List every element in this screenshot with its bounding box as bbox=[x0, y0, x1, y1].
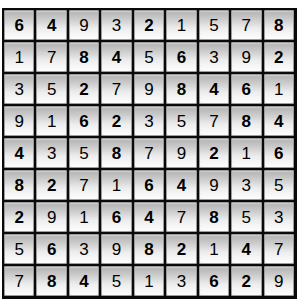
cell-r9c8[interactable]: 2 bbox=[231, 266, 261, 296]
cell-r8c7[interactable]: 1 bbox=[199, 234, 229, 264]
cell-r7c9[interactable]: 3 bbox=[264, 202, 294, 232]
cell-r9c5[interactable]: 1 bbox=[134, 266, 164, 296]
cell-r3c7[interactable]: 4 bbox=[199, 74, 229, 104]
cell-r1c4[interactable]: 3 bbox=[101, 10, 131, 40]
cell-r8c8[interactable]: 4 bbox=[231, 234, 261, 264]
cell-r9c9[interactable]: 9 bbox=[264, 266, 294, 296]
cell-r4c4[interactable]: 2 bbox=[101, 106, 131, 136]
cell-r5c8[interactable]: 1 bbox=[231, 138, 261, 168]
cell-r2c2[interactable]: 7 bbox=[36, 42, 66, 72]
cell-r6c7[interactable]: 9 bbox=[199, 170, 229, 200]
cell-r1c5[interactable]: 2 bbox=[134, 10, 164, 40]
cell-r6c6[interactable]: 4 bbox=[166, 170, 196, 200]
cell-r8c1[interactable]: 5 bbox=[4, 234, 34, 264]
cell-r1c7[interactable]: 5 bbox=[199, 10, 229, 40]
cell-r5c9[interactable]: 6 bbox=[264, 138, 294, 168]
cell-r9c7[interactable]: 6 bbox=[199, 266, 229, 296]
cell-r4c1[interactable]: 9 bbox=[4, 106, 34, 136]
cell-r8c3[interactable]: 3 bbox=[69, 234, 99, 264]
cell-r4c7[interactable]: 7 bbox=[199, 106, 229, 136]
cell-r1c2[interactable]: 4 bbox=[36, 10, 66, 40]
cell-r7c7[interactable]: 8 bbox=[199, 202, 229, 232]
cell-r2c9[interactable]: 2 bbox=[264, 42, 294, 72]
cell-r1c3[interactable]: 9 bbox=[69, 10, 99, 40]
cell-r2c5[interactable]: 5 bbox=[134, 42, 164, 72]
cell-r6c3[interactable]: 7 bbox=[69, 170, 99, 200]
cell-r4c5[interactable]: 3 bbox=[134, 106, 164, 136]
cell-r1c8[interactable]: 7 bbox=[231, 10, 261, 40]
cell-r1c6[interactable]: 1 bbox=[166, 10, 196, 40]
cell-r8c2[interactable]: 6 bbox=[36, 234, 66, 264]
cell-r3c6[interactable]: 8 bbox=[166, 74, 196, 104]
cell-r3c9[interactable]: 1 bbox=[264, 74, 294, 104]
cell-r4c6[interactable]: 5 bbox=[166, 106, 196, 136]
cell-r2c8[interactable]: 9 bbox=[231, 42, 261, 72]
cell-r3c3[interactable]: 2 bbox=[69, 74, 99, 104]
cell-r3c5[interactable]: 9 bbox=[134, 74, 164, 104]
cell-r7c3[interactable]: 1 bbox=[69, 202, 99, 232]
cell-r5c6[interactable]: 9 bbox=[166, 138, 196, 168]
cell-r6c1[interactable]: 8 bbox=[4, 170, 34, 200]
cell-r9c4[interactable]: 5 bbox=[101, 266, 131, 296]
cell-r5c1[interactable]: 4 bbox=[4, 138, 34, 168]
cell-r7c8[interactable]: 5 bbox=[231, 202, 261, 232]
cell-r9c1[interactable]: 7 bbox=[4, 266, 34, 296]
cell-r6c2[interactable]: 2 bbox=[36, 170, 66, 200]
sudoku-page: 6493215781784563923527984619162357844358… bbox=[0, 0, 300, 299]
cell-r7c4[interactable]: 6 bbox=[101, 202, 131, 232]
cell-r9c6[interactable]: 3 bbox=[166, 266, 196, 296]
cell-r7c5[interactable]: 4 bbox=[134, 202, 164, 232]
cell-r5c3[interactable]: 5 bbox=[69, 138, 99, 168]
cell-r6c5[interactable]: 6 bbox=[134, 170, 164, 200]
cell-r6c9[interactable]: 5 bbox=[264, 170, 294, 200]
cell-r4c9[interactable]: 4 bbox=[264, 106, 294, 136]
cell-r3c2[interactable]: 5 bbox=[36, 74, 66, 104]
sudoku-board: 6493215781784563923527984619162357844358… bbox=[2, 8, 297, 299]
cell-r7c1[interactable]: 2 bbox=[4, 202, 34, 232]
cell-r5c5[interactable]: 7 bbox=[134, 138, 164, 168]
cell-r5c2[interactable]: 3 bbox=[36, 138, 66, 168]
cell-r8c6[interactable]: 2 bbox=[166, 234, 196, 264]
cell-r2c1[interactable]: 1 bbox=[4, 42, 34, 72]
cell-r8c4[interactable]: 9 bbox=[101, 234, 131, 264]
cell-r8c9[interactable]: 7 bbox=[264, 234, 294, 264]
cell-r7c2[interactable]: 9 bbox=[36, 202, 66, 232]
cell-r2c3[interactable]: 8 bbox=[69, 42, 99, 72]
cell-r6c4[interactable]: 1 bbox=[101, 170, 131, 200]
cell-r3c1[interactable]: 3 bbox=[4, 74, 34, 104]
cell-r4c8[interactable]: 8 bbox=[231, 106, 261, 136]
cell-r2c6[interactable]: 6 bbox=[166, 42, 196, 72]
cell-r1c1[interactable]: 6 bbox=[4, 10, 34, 40]
cell-r2c4[interactable]: 4 bbox=[101, 42, 131, 72]
cell-r4c2[interactable]: 1 bbox=[36, 106, 66, 136]
cell-r8c5[interactable]: 8 bbox=[134, 234, 164, 264]
cell-r3c4[interactable]: 7 bbox=[101, 74, 131, 104]
cell-r6c8[interactable]: 3 bbox=[231, 170, 261, 200]
cell-r9c2[interactable]: 8 bbox=[36, 266, 66, 296]
cell-r4c3[interactable]: 6 bbox=[69, 106, 99, 136]
cell-r3c8[interactable]: 6 bbox=[231, 74, 261, 104]
cell-r9c3[interactable]: 4 bbox=[69, 266, 99, 296]
cell-r2c7[interactable]: 3 bbox=[199, 42, 229, 72]
cell-r5c7[interactable]: 2 bbox=[199, 138, 229, 168]
cell-r7c6[interactable]: 7 bbox=[166, 202, 196, 232]
cell-r5c4[interactable]: 8 bbox=[101, 138, 131, 168]
cell-r1c9[interactable]: 8 bbox=[264, 10, 294, 40]
